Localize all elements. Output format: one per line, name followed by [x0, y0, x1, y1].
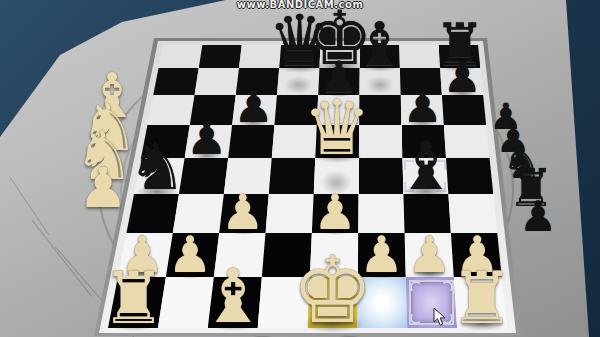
piece-white-bishop-c1[interactable]: ♝	[200, 260, 267, 335]
table-scratch	[32, 220, 92, 296]
captured-white-pawn: ♟	[78, 160, 128, 216]
piece-white-pawn-e3[interactable]: ♟	[313, 188, 357, 237]
square-a7[interactable]	[153, 68, 198, 95]
piece-black-pawn-h7[interactable]: ♟	[443, 56, 482, 99]
piece-black-bishop-g4[interactable]: ♝	[396, 133, 456, 200]
piece-black-bishop-f8[interactable]: ♝	[353, 14, 407, 74]
square-b8[interactable]	[199, 45, 242, 68]
piece-black-pawn-g6[interactable]: ♟	[403, 84, 443, 128]
piece-black-pawn-b5[interactable]: ♟	[186, 116, 227, 162]
captured-black-pawn: ♟	[519, 196, 557, 238]
square-d3[interactable]	[266, 194, 314, 233]
piece-white-king-e1[interactable]: ♚	[291, 245, 373, 337]
scene: ♛♚♝♜♟♟♟♟♟♛♞♝♟♟♟♟♟♟♟♜♝♚♜ ♝♞♞♟ ♟♟♞♜♟ www.B…	[0, 0, 600, 337]
square-a8[interactable]	[159, 45, 203, 68]
mouse-cursor	[433, 308, 447, 328]
piece-white-pawn-c3[interactable]: ♟	[221, 188, 265, 237]
piece-black-pawn-c6[interactable]: ♟	[234, 84, 274, 128]
piece-white-pawn-g2[interactable]: ♟	[407, 230, 452, 280]
table-scratch	[9, 176, 49, 235]
piece-white-queen-e5[interactable]: ♛	[303, 90, 371, 166]
piece-white-rook-a1[interactable]: ♜	[101, 262, 166, 334]
piece-white-rook-h1[interactable]: ♜	[449, 262, 514, 334]
square-b7[interactable]	[195, 68, 239, 95]
frame-corner-flourish	[410, 312, 422, 324]
